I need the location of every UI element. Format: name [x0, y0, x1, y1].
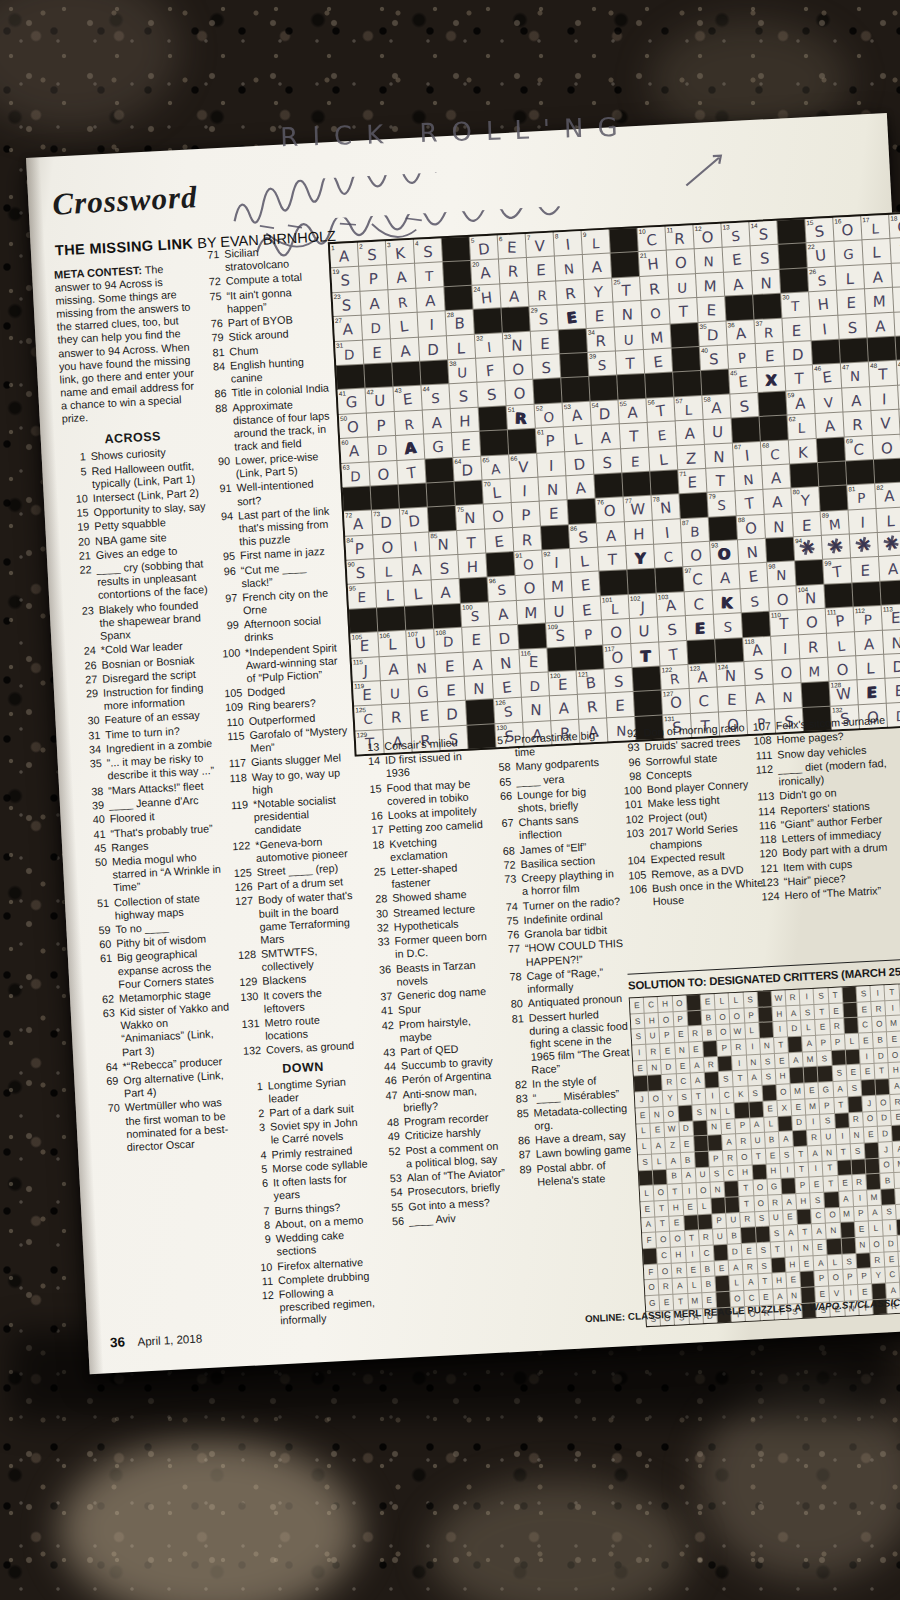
grid-cell: A: [676, 420, 704, 445]
grid-cell: 45E: [729, 368, 757, 393]
handwritten-letter: O: [603, 619, 630, 644]
clue-number: 120: [755, 847, 783, 861]
clue-number: 86: [204, 387, 232, 401]
grid-cell: 46E: [813, 364, 841, 389]
solution-cell: E: [891, 1110, 900, 1125]
solution-cell: B: [701, 1277, 715, 1292]
grid-cell: O: [602, 619, 630, 644]
handwritten-letter: D: [342, 462, 369, 487]
handwritten-letter: S: [347, 559, 374, 584]
crossword-grid: 1A2S3K4S5D6E7V8I9L10C11R12O13S14S15S16O1…: [328, 211, 900, 756]
grid-cell: 44S: [421, 385, 449, 410]
clue-number: 92: [617, 726, 645, 740]
solution-cell: S: [821, 1114, 835, 1129]
handwritten-letter: Y: [792, 487, 819, 512]
handwritten-letter: E: [698, 297, 725, 321]
solution-cell: I: [853, 1190, 867, 1205]
handwritten-letter: D: [885, 653, 900, 678]
solution-cell: L: [828, 1255, 842, 1270]
solution-cell: L: [730, 1275, 744, 1290]
grid-cell: L: [374, 558, 402, 583]
clue-text: Postal abbr. of Helena's state: [536, 1157, 636, 1188]
solution-cell: P: [744, 1008, 758, 1023]
grid-cell-black: [650, 470, 678, 495]
handwritten-letter: A: [712, 565, 739, 589]
solution-cell: L: [845, 1034, 859, 1049]
clue-number: 46: [374, 1074, 402, 1088]
grid-cell-black: [610, 228, 638, 253]
grid-cell: ✕✕~: [850, 533, 878, 558]
grid-cell: A: [380, 655, 408, 680]
clue-number: 74: [496, 900, 524, 914]
grid-cell: R: [513, 526, 541, 551]
handwritten-letter: M: [866, 288, 893, 313]
clue-number: 41: [83, 827, 111, 841]
grid-cell: A: [391, 337, 419, 362]
solution-cell: A: [690, 1058, 704, 1073]
handwritten-letter: I: [401, 531, 430, 558]
grid-cell: E: [723, 247, 751, 272]
solution-cell: M: [840, 1207, 854, 1222]
handwritten-letter: C: [761, 440, 788, 465]
grid-cell: D: [368, 436, 396, 461]
solution-cell: L: [640, 1186, 654, 1201]
grid-cell: 86S: [569, 523, 597, 548]
clue-number: 117: [224, 756, 252, 770]
handwritten-letter: C: [637, 226, 666, 253]
clue-number: 132: [239, 1044, 267, 1058]
solution-cell: E: [800, 1256, 814, 1271]
grid-cell-black: [709, 516, 737, 541]
grid-cell: 24H: [472, 284, 500, 309]
clue-number: 11: [251, 1274, 279, 1288]
handwritten-letter: N: [539, 476, 566, 501]
solution-cell: S: [748, 1086, 762, 1101]
clue-text: Way to go, way up high: [251, 766, 351, 797]
handwritten-letter: S: [422, 385, 449, 410]
clue-number: 96: [214, 564, 242, 592]
grid-cell: 112P: [854, 606, 882, 631]
grid-cell: A: [711, 565, 739, 590]
grid-cell-black: [779, 244, 807, 269]
grid-cell: E: [540, 500, 568, 525]
grid-cell: 123A: [688, 664, 716, 689]
handwritten-letter: I: [511, 478, 538, 502]
solution-cell: E: [775, 1053, 789, 1068]
handwritten-letter: E: [756, 343, 783, 368]
handwritten-letter: I: [772, 635, 799, 660]
clue-number: 12: [252, 1288, 281, 1329]
solution-cell: D: [679, 1121, 693, 1136]
handwritten-letter: N: [651, 493, 680, 520]
handwritten-letter: O: [694, 224, 721, 248]
solution-cell: S: [710, 1166, 724, 1181]
grid-cell: I: [653, 519, 681, 544]
grid-cell: S: [838, 314, 866, 339]
solution-cell: E: [885, 1252, 899, 1267]
handwritten-letter: L: [836, 265, 863, 290]
handwritten-letter: I: [652, 518, 681, 545]
handwritten-letter: Z: [678, 444, 705, 469]
handwritten-letter: S: [751, 245, 778, 270]
solution-cell-black: [846, 1049, 860, 1064]
handwritten-letter: E: [858, 679, 885, 704]
grid-cell: 102J: [629, 594, 657, 619]
handwritten-letter: H: [451, 407, 478, 432]
grid-cell: 108D: [434, 628, 462, 653]
newspaper-page: RICK ROLL'NG Crossword THE MISSING LINK …: [26, 113, 900, 1374]
solution-cell: A: [808, 1146, 822, 1161]
grid-cell: 38U: [448, 359, 476, 384]
grid-cell: 50O: [339, 413, 367, 438]
grid-cell: R: [388, 289, 416, 314]
grid-cell-black: [852, 582, 880, 607]
clue-number: 101: [620, 798, 648, 812]
solution-cell: T: [655, 1201, 669, 1216]
grid-cell: A: [592, 424, 620, 449]
handwritten-letter: U: [704, 419, 731, 443]
grid-cell: N: [491, 650, 519, 675]
handwritten-letter: A: [787, 390, 814, 415]
handwritten-letter: A: [763, 464, 790, 489]
handwritten-letter: C: [355, 706, 382, 731]
solution-cell: O: [863, 1111, 877, 1126]
clue-number: 97: [215, 591, 243, 619]
clue-number: 51: [87, 896, 115, 924]
handwritten-letter: S: [359, 241, 386, 266]
solution-cell-black: [892, 1125, 900, 1140]
grid-cell: R: [799, 633, 827, 658]
solution-cell: C: [657, 1248, 671, 1263]
solution-cell: H: [889, 1063, 900, 1078]
solution-cell: S: [857, 986, 871, 1001]
grid-cell: 119E: [353, 681, 381, 706]
solution-cell: T: [885, 984, 899, 999]
grid-cell: A: [855, 630, 883, 655]
grid-cell: D: [419, 336, 447, 361]
solution-cell: E: [636, 1108, 650, 1123]
solution-cell: I: [785, 1241, 799, 1256]
grid-cell: 22U: [807, 242, 835, 267]
handwritten-letter: A: [501, 283, 528, 307]
solution-cell: A: [750, 1117, 764, 1132]
handwritten-letter: U: [615, 326, 642, 351]
solution-cell: P: [717, 1040, 731, 1055]
grid-cell: E: [557, 304, 585, 329]
handwritten-letter: A: [402, 555, 431, 582]
solution-cell: P: [815, 1271, 829, 1286]
solution-cell: S: [719, 1072, 733, 1087]
solution-cell: A: [673, 1278, 687, 1293]
handwritten-letter: O: [773, 659, 800, 684]
handwritten-letter: E: [739, 562, 768, 589]
solution-cell: E: [651, 1122, 665, 1137]
clue-text: It covers the leftovers: [263, 984, 363, 1015]
solution-cell: U: [713, 1229, 727, 1244]
solution-cell: A: [833, 1081, 847, 1096]
handwritten-letter: D: [399, 507, 428, 534]
solution-cell: I: [706, 1088, 720, 1103]
handwritten-letter: V: [872, 410, 899, 435]
grid-cell: A: [597, 522, 625, 547]
handwritten-letter: O: [596, 498, 623, 523]
clue-number: 20: [68, 535, 96, 549]
handwritten-letter: A: [380, 655, 407, 680]
solution-cell-black: [866, 1158, 880, 1173]
solution-cell: H: [658, 996, 672, 1011]
clue-number: 44: [374, 1060, 402, 1074]
handwritten-letter: S: [730, 392, 759, 419]
grid-cell: R: [578, 694, 606, 719]
clue-number: 121: [756, 861, 784, 875]
handwritten-letter: S: [493, 697, 522, 724]
handwritten-letter: A: [423, 409, 450, 434]
handwritten-letter: S: [605, 668, 632, 693]
grid-cell: Y: [626, 545, 654, 570]
grid-cell: R: [528, 281, 556, 306]
handwritten-letter: A: [815, 412, 844, 439]
grid-cell: E: [648, 422, 676, 447]
handwritten-letter: O: [374, 534, 401, 559]
handwritten-letter: H: [809, 290, 838, 317]
handwritten-letter: A: [361, 290, 388, 315]
solution-cell: A: [890, 1078, 900, 1093]
solution-cell: A: [868, 1205, 882, 1220]
handwritten-letter: V: [892, 263, 900, 287]
solution-cell-black: [844, 1018, 858, 1033]
grid-cell: T: [620, 423, 648, 448]
grid-cell-black: [428, 506, 456, 531]
clue-text: Wertmüller who was the first woman to be…: [125, 1096, 241, 1154]
clue-number: 22: [69, 563, 98, 604]
handwritten-letter: V: [814, 387, 843, 414]
grid-cell-black: [575, 645, 603, 670]
grid-cell: E: [527, 257, 555, 282]
grid-cell: N: [555, 255, 583, 280]
clue-text: Post a comment on a political blog, say: [405, 1139, 505, 1170]
solution-cell: A: [691, 1073, 705, 1088]
handwritten-letter: S: [568, 522, 597, 549]
grid-cell: T: [706, 467, 734, 492]
solution-cell: E: [674, 1027, 688, 1042]
clue-number: 65: [489, 775, 517, 789]
grid-cell-black: [559, 329, 587, 354]
grid-cell: D: [565, 450, 593, 475]
grid-cell: 117O: [603, 644, 631, 669]
handwritten-letter: A: [396, 434, 425, 461]
grid-cell: O: [505, 380, 533, 405]
clue-number: 62: [92, 992, 120, 1006]
handwritten-letter: E: [557, 303, 586, 330]
solution-cell: E: [715, 1260, 729, 1275]
solution-cell: B: [873, 1032, 887, 1047]
solution-cell-black: [861, 1080, 875, 1095]
grid-cell-black: [442, 237, 470, 262]
grid-cell: 36A: [726, 320, 754, 345]
clue-text: “It ain't gonna happen”: [226, 284, 326, 315]
handwritten-letter: A: [864, 264, 891, 289]
grid-cell: 127O: [662, 689, 690, 714]
solution-cell: A: [789, 1052, 803, 1067]
handwritten-letter: R: [556, 279, 585, 306]
grid-cell: A: [396, 435, 424, 460]
grid-cell-black: [742, 612, 770, 637]
clue-number: 40: [82, 813, 110, 827]
solution-cell: S: [757, 1258, 771, 1273]
handwritten-letter: E: [687, 615, 714, 640]
handwritten-letter: N: [456, 505, 483, 530]
solution-cell: A: [641, 1217, 655, 1232]
meta-contest: META CONTEST: The answer to 94 Across is…: [54, 261, 202, 425]
grid-cell: 88O: [737, 515, 765, 540]
solution-cell: A: [722, 1134, 736, 1149]
solution-cell: E: [838, 1175, 852, 1190]
handwritten-letter: B: [681, 517, 708, 542]
handwritten-letter: E: [437, 677, 464, 702]
solution-cell: I: [860, 1049, 874, 1064]
grid-cell: A: [866, 312, 894, 337]
clue-number: 85: [506, 1106, 534, 1134]
handwritten-letter: E: [485, 527, 514, 554]
solution-cell: H: [772, 1273, 786, 1288]
pen-mark-icon: [679, 151, 731, 190]
solution-cell: E: [763, 1101, 777, 1116]
handwritten-letter: T: [599, 546, 626, 571]
clue-number: 125: [229, 866, 257, 880]
handwritten-letter: P: [360, 266, 387, 291]
handwritten-letter: D: [784, 341, 811, 366]
grid-cell: A: [763, 489, 791, 514]
solution-cell: M: [894, 1157, 900, 1172]
grid-cell: 48T: [869, 361, 897, 386]
grid-cell: 9L: [582, 230, 610, 255]
clue-number: 81: [202, 345, 230, 359]
solution-cell: A: [747, 1070, 761, 1085]
grid-cell: 116E: [519, 648, 547, 673]
handwritten-letter: S: [807, 265, 836, 292]
clue-text: Chants sans inflection: [518, 811, 618, 842]
handwritten-letter: S: [700, 346, 727, 370]
grid-cell-black: [687, 639, 715, 664]
handwritten-letter: S: [332, 267, 359, 292]
clue-item: 94Last part of the link that's missing f…: [211, 504, 339, 550]
handwritten-letter: U: [366, 387, 393, 412]
solution-cell-black: [714, 1245, 728, 1260]
grid-cell: 20A: [471, 260, 499, 285]
grid-cell: 51R: [507, 405, 535, 430]
solution-cell: A: [784, 1225, 798, 1240]
solution-cell: A: [782, 1194, 796, 1209]
clue-text: English hunting canine: [230, 354, 330, 385]
grid-cell-black: [371, 485, 399, 510]
solution-cell-black: [866, 1174, 880, 1189]
clue-number: 55: [381, 1200, 409, 1214]
clue-number: 88: [205, 401, 235, 455]
grid-cell: U: [630, 618, 658, 643]
solution-cell-black: [793, 1131, 807, 1146]
solution-cell-black: [757, 991, 771, 1006]
handwritten-letter: S: [721, 221, 750, 248]
clue-number: 75: [199, 289, 227, 317]
grid-cell: K: [789, 439, 817, 464]
solution-cell-black: [856, 1253, 870, 1268]
solution-cell: R: [830, 1019, 844, 1034]
solution-cell: C: [885, 1267, 899, 1282]
down-clue-list-0: 1Longtime Syrian leader2Part of a dark s…: [241, 1074, 380, 1329]
grid-cell: A: [432, 579, 460, 604]
handwritten-letter: E: [572, 595, 601, 622]
grid-cell: 43E: [394, 386, 422, 411]
handwritten-letter: T: [416, 263, 443, 288]
handwritten-letter: R: [394, 409, 423, 436]
solution-cell-black: [848, 1096, 862, 1111]
handwritten-letter: S: [431, 555, 458, 580]
clue-number: 109: [221, 701, 249, 715]
grid-cell: E: [893, 287, 900, 312]
grid-cell: 17L: [861, 215, 889, 240]
clue-number: 13: [357, 740, 385, 754]
clue-number: 100: [218, 646, 247, 687]
clue-number: 54: [380, 1186, 408, 1200]
grid-cell-black: [753, 294, 781, 319]
handwritten-letter: F: [476, 356, 505, 383]
handwritten-letter: I: [543, 549, 570, 574]
solution-cell: O: [730, 1008, 744, 1023]
clue-item: 100*Independent Spirit Award-winning sta…: [218, 641, 346, 687]
solution-cell: L: [697, 1199, 711, 1214]
grid-cell: S: [658, 616, 686, 641]
solution-cell: I: [685, 1246, 699, 1261]
solution-cell: B: [667, 1169, 681, 1184]
solution-cell-black: [788, 1037, 802, 1052]
grid-cell-black: [645, 373, 673, 398]
solution-cell: M: [886, 1016, 900, 1031]
handwritten-letter: E: [410, 702, 439, 729]
grid-cell: 57L: [674, 396, 702, 421]
solution-cell: M: [791, 1084, 805, 1099]
solution-cell: N: [647, 1060, 661, 1075]
grid-cell: S: [593, 449, 621, 474]
solution-cell-black: [843, 1002, 857, 1017]
solution-cell: O: [645, 1280, 659, 1295]
grid-cell: 78N: [652, 495, 680, 520]
handwritten-letter: A: [856, 630, 883, 655]
solution-cell: C: [700, 1246, 714, 1261]
grid-cell: E: [410, 703, 438, 728]
solution-cell: T: [668, 1184, 682, 1199]
grid-cell-black: [480, 430, 508, 455]
handwritten-letter: S: [740, 587, 769, 614]
grid-cell-black: [627, 569, 655, 594]
solution-cell-black: [840, 1222, 854, 1237]
clue-number: 25: [364, 865, 392, 893]
grid-cell-black: [671, 323, 699, 348]
handwritten-letter: N: [734, 465, 763, 492]
grid-cell: 96S: [488, 576, 516, 601]
grid-cell-black: [568, 499, 596, 524]
grid-cell: A: [815, 413, 843, 438]
grid-cell: 85N: [429, 531, 457, 556]
solution-cell: T: [836, 1144, 850, 1159]
clue-number: 41: [371, 1004, 399, 1018]
clue-text: Creepy plaything in a horror film: [521, 867, 621, 898]
clue-text: Wedding cake sections: [276, 1227, 376, 1258]
solution-cell-black: [842, 987, 856, 1002]
grid-cell: E: [571, 572, 599, 597]
clue-number: 90: [208, 455, 236, 483]
solution-cell-black: [831, 1050, 845, 1065]
handwritten-letter: O: [890, 214, 900, 238]
